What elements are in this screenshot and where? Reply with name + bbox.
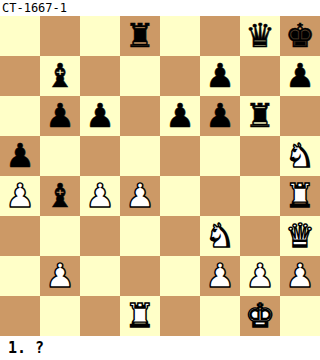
square-b1[interactable]: [40, 296, 80, 336]
square-a5[interactable]: ♟: [0, 136, 40, 176]
square-d1[interactable]: ♜: [120, 296, 160, 336]
square-h6[interactable]: [280, 96, 320, 136]
square-c7[interactable]: [80, 56, 120, 96]
square-f7[interactable]: ♟: [200, 56, 240, 96]
square-f2[interactable]: ♟: [200, 256, 240, 296]
square-c5[interactable]: [80, 136, 120, 176]
square-d3[interactable]: [120, 216, 160, 256]
square-c8[interactable]: [80, 16, 120, 56]
black-rook: ♜: [125, 16, 155, 56]
square-f1[interactable]: [200, 296, 240, 336]
chess-board: ♜♛♚♝♟♟♟♟♟♟♜♟♞♟♝♟♟♜♞♛♟♟♟♟♜♚: [0, 16, 320, 336]
square-g3[interactable]: [240, 216, 280, 256]
chess-puzzle-window: CT-1667-1 ♜♛♚♝♟♟♟♟♟♟♜♟♞♟♝♟♟♜♞♛♟♟♟♟♜♚ 1. …: [0, 0, 320, 360]
square-e7[interactable]: [160, 56, 200, 96]
square-f4[interactable]: [200, 176, 240, 216]
square-a7[interactable]: [0, 56, 40, 96]
square-d5[interactable]: [120, 136, 160, 176]
square-b3[interactable]: [40, 216, 80, 256]
white-pawn: ♟: [45, 256, 75, 296]
square-h8[interactable]: ♚: [280, 16, 320, 56]
square-f8[interactable]: [200, 16, 240, 56]
white-knight: ♞: [205, 216, 235, 256]
black-rook: ♜: [245, 96, 275, 136]
white-pawn: ♟: [125, 176, 155, 216]
square-g5[interactable]: [240, 136, 280, 176]
white-knight: ♞: [285, 136, 315, 176]
white-king: ♚: [245, 296, 275, 336]
square-b8[interactable]: [40, 16, 80, 56]
black-pawn: ♟: [45, 96, 75, 136]
square-g6[interactable]: ♜: [240, 96, 280, 136]
square-h4[interactable]: ♜: [280, 176, 320, 216]
square-d6[interactable]: [120, 96, 160, 136]
square-g4[interactable]: [240, 176, 280, 216]
square-c3[interactable]: [80, 216, 120, 256]
white-rook: ♜: [285, 176, 315, 216]
square-d2[interactable]: [120, 256, 160, 296]
black-pawn: ♟: [85, 96, 115, 136]
square-h7[interactable]: ♟: [280, 56, 320, 96]
square-g2[interactable]: ♟: [240, 256, 280, 296]
square-a4[interactable]: ♟: [0, 176, 40, 216]
square-d8[interactable]: ♜: [120, 16, 160, 56]
move-prompt: 1. ?: [0, 336, 320, 360]
black-pawn: ♟: [5, 136, 35, 176]
square-e6[interactable]: ♟: [160, 96, 200, 136]
white-pawn: ♟: [285, 256, 315, 296]
white-pawn: ♟: [205, 256, 235, 296]
square-a6[interactable]: [0, 96, 40, 136]
puzzle-title: CT-1667-1: [0, 0, 320, 16]
square-c4[interactable]: ♟: [80, 176, 120, 216]
square-e4[interactable]: [160, 176, 200, 216]
square-c1[interactable]: [80, 296, 120, 336]
square-b7[interactable]: ♝: [40, 56, 80, 96]
black-pawn: ♟: [205, 96, 235, 136]
square-a8[interactable]: [0, 16, 40, 56]
square-c6[interactable]: ♟: [80, 96, 120, 136]
black-bishop: ♝: [45, 56, 75, 96]
square-g7[interactable]: [240, 56, 280, 96]
square-e1[interactable]: [160, 296, 200, 336]
square-e2[interactable]: [160, 256, 200, 296]
square-d4[interactable]: ♟: [120, 176, 160, 216]
black-pawn: ♟: [165, 96, 195, 136]
square-h5[interactable]: ♞: [280, 136, 320, 176]
square-c2[interactable]: [80, 256, 120, 296]
square-h3[interactable]: ♛: [280, 216, 320, 256]
square-b5[interactable]: [40, 136, 80, 176]
black-bishop: ♝: [45, 176, 75, 216]
white-pawn: ♟: [5, 176, 35, 216]
square-b4[interactable]: ♝: [40, 176, 80, 216]
square-a1[interactable]: [0, 296, 40, 336]
square-f5[interactable]: [200, 136, 240, 176]
white-queen: ♛: [285, 216, 315, 256]
square-h2[interactable]: ♟: [280, 256, 320, 296]
white-rook: ♜: [125, 296, 155, 336]
square-a3[interactable]: [0, 216, 40, 256]
square-b2[interactable]: ♟: [40, 256, 80, 296]
black-king: ♚: [285, 16, 315, 56]
square-b6[interactable]: ♟: [40, 96, 80, 136]
black-pawn: ♟: [285, 56, 315, 96]
square-d7[interactable]: [120, 56, 160, 96]
black-pawn: ♟: [205, 56, 235, 96]
square-g8[interactable]: ♛: [240, 16, 280, 56]
square-e5[interactable]: [160, 136, 200, 176]
square-e3[interactable]: [160, 216, 200, 256]
square-e8[interactable]: [160, 16, 200, 56]
square-h1[interactable]: [280, 296, 320, 336]
black-queen: ♛: [245, 16, 275, 56]
white-pawn: ♟: [85, 176, 115, 216]
square-a2[interactable]: [0, 256, 40, 296]
square-g1[interactable]: ♚: [240, 296, 280, 336]
white-pawn: ♟: [245, 256, 275, 296]
square-f6[interactable]: ♟: [200, 96, 240, 136]
square-f3[interactable]: ♞: [200, 216, 240, 256]
